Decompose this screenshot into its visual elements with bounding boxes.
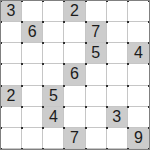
cell-r2c3[interactable] <box>43 22 64 43</box>
cell-r3c2[interactable] <box>22 43 43 64</box>
cell-r4c3[interactable] <box>43 64 64 85</box>
cell-r6c3-given: 4 <box>43 107 64 128</box>
cell-r4c5[interactable] <box>86 64 107 85</box>
cell-r7c5[interactable] <box>86 128 107 149</box>
cell-r4c2[interactable] <box>22 64 43 85</box>
cell-r4c1[interactable] <box>1 64 22 85</box>
cell-r3c7-given: 4 <box>128 43 149 64</box>
cell-r6c6-given: 3 <box>107 107 128 128</box>
cell-r5c5[interactable] <box>86 86 107 107</box>
cell-r2c6[interactable] <box>107 22 128 43</box>
cell-r7c1[interactable] <box>1 128 22 149</box>
cell-r7c4-given: 7 <box>64 128 85 149</box>
cell-r1c2[interactable] <box>22 1 43 22</box>
cell-r4c4-given: 6 <box>64 64 85 85</box>
cell-r6c1[interactable] <box>1 107 22 128</box>
cell-r5c2[interactable] <box>22 86 43 107</box>
cell-r2c5-given: 7 <box>86 22 107 43</box>
cell-r3c4[interactable] <box>64 43 85 64</box>
cell-r1c1-given: 3 <box>1 1 22 22</box>
cell-r4c6[interactable] <box>107 64 128 85</box>
cell-r5c3-given: 5 <box>43 86 64 107</box>
cell-r2c2-given: 6 <box>22 22 43 43</box>
cell-r3c5-given: 5 <box>86 43 107 64</box>
cell-r6c4[interactable] <box>64 107 85 128</box>
cell-r1c3[interactable] <box>43 1 64 22</box>
cell-r5c7[interactable] <box>128 86 149 107</box>
cell-r4c7[interactable] <box>128 64 149 85</box>
cell-r3c3[interactable] <box>43 43 64 64</box>
cell-r5c6[interactable] <box>107 86 128 107</box>
cell-r1c5[interactable] <box>86 1 107 22</box>
cell-r7c6[interactable] <box>107 128 128 149</box>
cell-r7c7-given: 9 <box>128 128 149 149</box>
cell-r1c4-given: 2 <box>64 1 85 22</box>
cell-r7c2[interactable] <box>22 128 43 149</box>
cell-r6c5[interactable] <box>86 107 107 128</box>
cell-r5c1-given: 2 <box>1 86 22 107</box>
cell-r2c7[interactable] <box>128 22 149 43</box>
cell-r5c4[interactable] <box>64 86 85 107</box>
cell-r2c4[interactable] <box>64 22 85 43</box>
cell-r3c6[interactable] <box>107 43 128 64</box>
cell-r7c3[interactable] <box>43 128 64 149</box>
cell-r6c2[interactable] <box>22 107 43 128</box>
cell-r6c7[interactable] <box>128 107 149 128</box>
cell-r3c1[interactable] <box>1 43 22 64</box>
cell-r1c6[interactable] <box>107 1 128 22</box>
cell-r2c1[interactable] <box>1 22 22 43</box>
cell-r1c7[interactable] <box>128 1 149 22</box>
puzzle-board: 3267546254379 <box>0 0 150 150</box>
